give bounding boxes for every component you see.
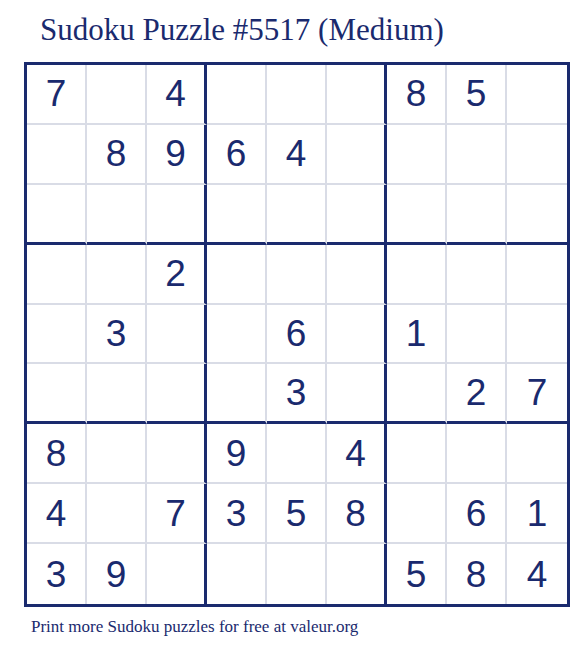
grid-cell-r3c5 [267, 185, 327, 245]
grid-cell-r7c3 [147, 424, 207, 484]
footer-text: Print more Sudoku puzzles for free at va… [31, 617, 358, 637]
grid-cell-r7c7 [387, 424, 447, 484]
grid-cell-r5c9 [507, 305, 567, 365]
grid-cell-r1c1: 7 [27, 65, 87, 125]
grid-cell-r6c3 [147, 364, 207, 424]
grid-cell-r6c7 [387, 364, 447, 424]
grid-cell-r9c2: 9 [87, 544, 147, 604]
grid-cell-r8c7 [387, 484, 447, 544]
grid-cell-r4c7 [387, 245, 447, 305]
grid-cell-r4c6 [327, 245, 387, 305]
grid-cell-r9c1: 3 [27, 544, 87, 604]
grid-cell-r3c4 [207, 185, 267, 245]
grid-cell-r9c7: 5 [387, 544, 447, 604]
grid-cell-r8c2 [87, 484, 147, 544]
grid-cell-r3c9 [507, 185, 567, 245]
grid-cell-r4c8 [447, 245, 507, 305]
grid-cell-r7c5 [267, 424, 327, 484]
grid-cell-r1c6 [327, 65, 387, 125]
grid-cell-r9c9: 4 [507, 544, 567, 604]
grid-cell-r2c9 [507, 125, 567, 185]
grid-cell-r8c6: 8 [327, 484, 387, 544]
grid-cell-r4c2 [87, 245, 147, 305]
grid-cell-r5c8 [447, 305, 507, 365]
grid-cell-r1c7: 8 [387, 65, 447, 125]
grid-cell-r6c6 [327, 364, 387, 424]
grid-cell-r5c7: 1 [387, 305, 447, 365]
grid-cell-r8c1: 4 [27, 484, 87, 544]
grid-cell-r8c5: 5 [267, 484, 327, 544]
grid-cell-r3c3 [147, 185, 207, 245]
grid-cell-r8c3: 7 [147, 484, 207, 544]
grid-cell-r1c3: 4 [147, 65, 207, 125]
grid-cell-r2c8 [447, 125, 507, 185]
grid-cell-r8c8: 6 [447, 484, 507, 544]
grid-cell-r2c7 [387, 125, 447, 185]
grid-cell-r1c5 [267, 65, 327, 125]
sudoku-grid: 748589642361327894473586139584 [24, 62, 570, 607]
grid-cell-r8c4: 3 [207, 484, 267, 544]
grid-cell-r9c8: 8 [447, 544, 507, 604]
grid-cell-r2c5: 4 [267, 125, 327, 185]
grid-cell-r7c9 [507, 424, 567, 484]
grid-cell-r6c1 [27, 364, 87, 424]
grid-cell-r6c8: 2 [447, 364, 507, 424]
grid-cell-r9c3 [147, 544, 207, 604]
grid-cell-r6c4 [207, 364, 267, 424]
grid-cell-r6c5: 3 [267, 364, 327, 424]
grid-cell-r7c1: 8 [27, 424, 87, 484]
grid-cell-r7c8 [447, 424, 507, 484]
sudoku-page: Sudoku Puzzle #5517 (Medium) 74858964236… [0, 0, 574, 651]
grid-cell-r9c5 [267, 544, 327, 604]
grid-cell-r1c2 [87, 65, 147, 125]
grid-cell-r9c6 [327, 544, 387, 604]
grid-cell-r3c7 [387, 185, 447, 245]
grid-cell-r2c2: 8 [87, 125, 147, 185]
grid-cell-r3c8 [447, 185, 507, 245]
grid-cell-r5c5: 6 [267, 305, 327, 365]
grid-cell-r2c4: 6 [207, 125, 267, 185]
grid-cell-r1c8: 5 [447, 65, 507, 125]
grid-cell-r5c3 [147, 305, 207, 365]
grid-cell-r2c1 [27, 125, 87, 185]
grid-cell-r1c4 [207, 65, 267, 125]
grid-cell-r7c6: 4 [327, 424, 387, 484]
grid-cell-r6c9: 7 [507, 364, 567, 424]
page-title: Sudoku Puzzle #5517 (Medium) [40, 12, 444, 48]
grid-cell-r5c6 [327, 305, 387, 365]
grid-cell-r7c4: 9 [207, 424, 267, 484]
grid-cell-r2c6 [327, 125, 387, 185]
grid-cell-r5c2: 3 [87, 305, 147, 365]
grid-cell-r6c2 [87, 364, 147, 424]
grid-cell-r5c4 [207, 305, 267, 365]
grid-cell-r1c9 [507, 65, 567, 125]
grid-cell-r3c6 [327, 185, 387, 245]
grid-cell-r4c4 [207, 245, 267, 305]
grid-cell-r4c3: 2 [147, 245, 207, 305]
grid-cell-r4c5 [267, 245, 327, 305]
grid-cell-r3c2 [87, 185, 147, 245]
grid-cell-r2c3: 9 [147, 125, 207, 185]
grid-cell-r3c1 [27, 185, 87, 245]
grid-cell-r4c9 [507, 245, 567, 305]
grid-cell-r7c2 [87, 424, 147, 484]
grid-cell-r4c1 [27, 245, 87, 305]
grid-cell-r8c9: 1 [507, 484, 567, 544]
grid-cell-r5c1 [27, 305, 87, 365]
grid-cell-r9c4 [207, 544, 267, 604]
